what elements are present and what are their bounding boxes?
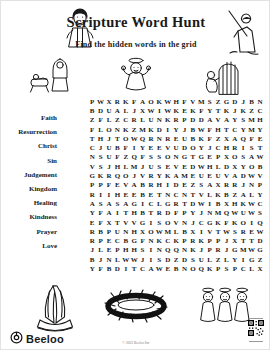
grid-cell[interactable]: Z [189,181,197,190]
grid-cell[interactable]: W [197,199,205,208]
grid-cell[interactable]: I [113,209,121,218]
grid-cell[interactable]: J [239,97,247,106]
grid-cell[interactable]: Q [164,246,172,255]
grid-cell[interactable]: N [180,190,188,199]
grid-cell[interactable]: E [88,218,96,227]
grid-cell[interactable]: P [96,236,104,245]
grid-cell[interactable]: U [197,171,205,180]
grid-cell[interactable]: Y [231,255,239,264]
grid-cell[interactable]: J [105,162,113,171]
grid-cell[interactable]: R [239,227,247,236]
grid-cell[interactable]: B [138,181,146,190]
grid-cell[interactable]: G [256,246,264,255]
grid-cell[interactable]: K [172,236,180,245]
grid-cell[interactable]: J [231,106,239,115]
grid-cell[interactable]: L [113,255,121,264]
grid-cell[interactable]: M [180,171,188,180]
grid-cell[interactable]: V [122,181,130,190]
grid-cell[interactable]: C [138,264,146,273]
grid-cell[interactable]: Q [130,153,138,162]
grid-cell[interactable]: T [222,125,230,134]
grid-cell[interactable]: J [205,143,213,152]
grid-cell[interactable]: K [122,125,130,134]
grid-cell[interactable]: S [113,199,121,208]
grid-cell[interactable]: K [122,97,130,106]
grid-cell[interactable]: M [239,246,247,255]
grid-cell[interactable]: P [205,236,213,245]
grid-cell[interactable]: F [138,236,146,245]
grid-cell[interactable]: A [205,181,213,190]
grid-cell[interactable]: P [88,97,96,106]
grid-cell[interactable]: R [231,181,239,190]
grid-cell[interactable]: Z [214,255,222,264]
grid-cell[interactable]: D [189,162,197,171]
grid-cell[interactable]: Y [256,190,264,199]
grid-cell[interactable]: N [155,134,163,143]
grid-cell[interactable]: L [138,116,146,125]
grid-cell[interactable]: K [205,264,213,273]
grid-cell[interactable]: R [164,134,172,143]
grid-cell[interactable]: D [231,97,239,106]
grid-cell[interactable]: E [247,227,255,236]
grid-cell[interactable]: F [105,181,113,190]
grid-cell[interactable]: C [113,236,121,245]
grid-cell[interactable]: P [256,181,264,190]
grid-cell[interactable]: U [172,143,180,152]
grid-cell[interactable]: V [88,162,96,171]
grid-cell[interactable]: S [147,153,155,162]
grid-cell[interactable]: O [239,218,247,227]
grid-cell[interactable]: V [189,97,197,106]
grid-cell[interactable]: L [122,106,130,115]
grid-cell[interactable]: L [247,190,255,199]
grid-cell[interactable]: R [214,246,222,255]
grid-cell[interactable]: C [214,143,222,152]
grid-cell[interactable]: I [147,255,155,264]
grid-cell[interactable]: I [122,264,130,273]
grid-cell[interactable]: S [189,255,197,264]
grid-cell[interactable]: J [130,106,138,115]
grid-cell[interactable]: U [197,255,205,264]
grid-cell[interactable]: P [105,227,113,236]
grid-cell[interactable]: L [247,264,255,273]
grid-cell[interactable]: K [155,97,163,106]
grid-cell[interactable]: K [222,106,230,115]
grid-cell[interactable]: K [189,246,197,255]
grid-cell[interactable]: U [180,134,188,143]
grid-cell[interactable]: X [222,134,230,143]
grid-cell[interactable]: X [105,97,113,106]
grid-cell[interactable]: O [247,162,255,171]
grid-cell[interactable]: N [205,209,213,218]
grid-cell[interactable]: U [147,162,155,171]
grid-cell[interactable]: K [164,116,172,125]
grid-cell[interactable]: Q [113,171,121,180]
grid-cell[interactable]: Z [214,97,222,106]
grid-cell[interactable]: R [130,116,138,125]
grid-cell[interactable]: B [256,162,264,171]
grid-cell[interactable]: S [231,227,239,236]
grid-cell[interactable]: I [239,255,247,264]
grid-cell[interactable]: D [155,125,163,134]
grid-cell[interactable]: E [147,190,155,199]
grid-cell[interactable]: F [96,218,104,227]
grid-cell[interactable]: Y [138,143,146,152]
grid-cell[interactable]: P [113,246,121,255]
grid-cell[interactable]: L [122,162,130,171]
grid-cell[interactable]: H [222,143,230,152]
grid-cell[interactable]: X [231,236,239,245]
grid-cell[interactable]: Y [256,125,264,134]
grid-cell[interactable]: P [214,236,222,245]
grid-cell[interactable]: H [172,97,180,106]
grid-cell[interactable]: G [130,199,138,208]
grid-cell[interactable]: B [180,227,188,236]
grid-cell[interactable]: A [205,116,213,125]
grid-cell[interactable]: V [222,171,230,180]
grid-cell[interactable]: F [113,153,121,162]
grid-cell[interactable]: E [164,264,172,273]
grid-cell[interactable]: N [180,218,188,227]
grid-cell[interactable]: Q [256,218,264,227]
grid-cell[interactable]: S [239,116,247,125]
grid-cell[interactable]: R [189,236,197,245]
grid-cell[interactable]: D [96,106,104,115]
grid-cell[interactable]: N [88,153,96,162]
grid-cell[interactable]: X [222,153,230,162]
grid-cell[interactable]: V [205,227,213,236]
grid-cell[interactable]: S [155,153,163,162]
grid-cell[interactable]: S [96,199,104,208]
grid-cell[interactable]: C [147,199,155,208]
grid-cell[interactable]: V [197,190,205,199]
grid-cell[interactable]: F [130,97,138,106]
grid-cell[interactable]: C [256,199,264,208]
grid-cell[interactable]: E [205,171,213,180]
grid-cell[interactable]: I [147,246,155,255]
grid-cell[interactable]: P [180,116,188,125]
grid-cell[interactable]: K [231,218,239,227]
grid-cell[interactable]: J [180,125,188,134]
grid-cell[interactable]: E [105,246,113,255]
grid-cell[interactable]: I [138,199,146,208]
grid-cell[interactable]: X [105,218,113,227]
grid-cell[interactable]: H [205,162,213,171]
grid-cell[interactable]: U [105,153,113,162]
grid-cell[interactable]: Y [155,171,163,180]
grid-cell[interactable]: F [222,218,230,227]
grid-cell[interactable]: W [231,209,239,218]
grid-cell[interactable]: W [130,134,138,143]
grid-cell[interactable]: T [180,199,188,208]
grid-cell[interactable]: R [222,181,230,190]
grid-cell[interactable]: I [105,190,113,199]
grid-cell[interactable]: N [155,116,163,125]
grid-cell[interactable]: J [138,255,146,264]
grid-cell[interactable]: Z [231,190,239,199]
grid-cell[interactable]: T [113,134,121,143]
grid-cell[interactable]: R [147,181,155,190]
grid-cell[interactable]: J [96,255,104,264]
grid-cell[interactable]: E [130,190,138,199]
grid-cell[interactable]: O [189,264,197,273]
grid-cell[interactable]: N [180,246,188,255]
grid-cell[interactable]: F [138,153,146,162]
grid-cell[interactable]: N [180,264,188,273]
grid-cell[interactable]: T [239,236,247,245]
grid-cell[interactable]: T [113,218,121,227]
grid-cell[interactable]: E [205,153,213,162]
grid-cell[interactable]: H [214,125,222,134]
grid-cell[interactable]: L [105,116,113,125]
grid-cell[interactable]: W [155,264,163,273]
grid-cell[interactable]: U [113,227,121,236]
grid-cell[interactable]: Q [239,134,247,143]
grid-cell[interactable]: I [164,181,172,190]
grid-cell[interactable]: N [113,125,121,134]
grid-cell[interactable]: S [222,264,230,273]
grid-cell[interactable]: P [96,181,104,190]
grid-cell[interactable]: Y [88,209,96,218]
grid-cell[interactable]: B [172,264,180,273]
grid-cell[interactable]: Y [239,125,247,134]
grid-cell[interactable]: I [130,143,138,152]
grid-cell[interactable]: S [256,209,264,218]
grid-cell[interactable]: Z [256,255,264,264]
grid-cell[interactable]: E [172,134,180,143]
grid-cell[interactable]: H [256,116,264,125]
grid-cell[interactable]: R [155,209,163,218]
grid-cell[interactable]: E [105,236,113,245]
grid-cell[interactable]: W [164,106,172,115]
grid-cell[interactable]: C [231,125,239,134]
grid-cell[interactable]: G [130,236,138,245]
grid-cell[interactable]: I [239,143,247,152]
grid-cell[interactable]: J [105,134,113,143]
grid-cell[interactable]: D [222,162,230,171]
grid-cell[interactable]: B [222,190,230,199]
grid-cell[interactable]: G [197,153,205,162]
grid-cell[interactable]: W [247,209,255,218]
grid-cell[interactable]: D [172,181,180,190]
grid-cell[interactable]: E [113,181,121,190]
grid-cell[interactable]: H [113,190,121,199]
grid-cell[interactable]: S [197,181,205,190]
grid-cell[interactable]: A [231,134,239,143]
grid-cell[interactable]: R [231,143,239,152]
grid-cell[interactable]: A [231,171,239,180]
grid-cell[interactable]: C [88,143,96,152]
grid-cell[interactable]: X [256,264,264,273]
grid-cell[interactable]: N [256,97,264,106]
grid-cell[interactable]: T [247,236,255,245]
grid-cell[interactable]: W [130,255,138,264]
grid-cell[interactable]: H [155,181,163,190]
grid-cell[interactable]: W [256,227,264,236]
grid-cell[interactable]: W [247,199,255,208]
grid-cell[interactable]: F [88,125,96,134]
grid-cell[interactable]: R [113,97,121,106]
grid-cell[interactable]: N [172,153,180,162]
grid-cell[interactable]: S [96,153,104,162]
grid-cell[interactable]: K [155,236,163,245]
grid-cell[interactable]: Y [189,209,197,218]
grid-cell[interactable]: I [96,190,104,199]
grid-cell[interactable]: V [164,143,172,152]
grid-cell[interactable]: O [189,143,197,152]
grid-cell[interactable]: Z [113,116,121,125]
grid-cell[interactable]: E [155,143,163,152]
grid-cell[interactable]: W [256,153,264,162]
grid-cell[interactable]: Y [205,106,213,115]
grid-cell[interactable]: W [147,106,155,115]
grid-cell[interactable]: H [113,162,121,171]
grid-cell[interactable]: J [222,236,230,245]
grid-cell[interactable]: G [247,255,255,264]
grid-cell[interactable]: A [88,199,96,208]
grid-cell[interactable]: X [214,181,222,190]
grid-cell[interactable]: J [88,246,96,255]
grid-cell[interactable]: W [197,162,205,171]
grid-cell[interactable]: G [231,246,239,255]
grid-cell[interactable]: H [130,209,138,218]
grid-cell[interactable]: M [138,125,146,134]
grid-cell[interactable]: H [231,199,239,208]
grid-cell[interactable]: E [147,143,155,152]
grid-cell[interactable]: K [197,134,205,143]
grid-cell[interactable]: L [214,162,222,171]
grid-cell[interactable]: Q [197,264,205,273]
grid-cell[interactable]: O [122,134,130,143]
grid-cell[interactable]: D [189,199,197,208]
grid-cell[interactable]: N [122,227,130,236]
grid-cell[interactable]: U [105,106,113,115]
grid-cell[interactable]: R [172,116,180,125]
grid-cell[interactable]: O [122,171,130,180]
grid-cell[interactable]: D [239,171,247,180]
grid-cell[interactable]: Z [247,106,255,115]
grid-cell[interactable]: I [164,125,172,134]
grid-cell[interactable]: G [205,218,213,227]
grid-cell[interactable]: V [130,218,138,227]
grid-cell[interactable]: O [164,218,172,227]
grid-cell[interactable]: K [239,199,247,208]
grid-cell[interactable]: C [122,116,130,125]
grid-cell[interactable]: B [88,106,96,115]
grid-cell[interactable]: E [180,181,188,190]
grid-cell[interactable]: R [88,236,96,245]
grid-cell[interactable]: O [147,227,155,236]
grid-cell[interactable]: Y [231,116,239,125]
grid-cell[interactable]: K [214,190,222,199]
grid-cell[interactable]: F [205,125,213,134]
grid-cell[interactable]: F [247,134,255,143]
grid-cell[interactable]: L [96,125,104,134]
grid-cell[interactable]: K [172,106,180,115]
grid-cell[interactable]: N [155,246,163,255]
grid-cell[interactable]: W [222,227,230,236]
grid-cell[interactable]: K [197,236,205,245]
grid-cell[interactable]: J [197,246,205,255]
grid-cell[interactable]: I [147,218,155,227]
grid-cell[interactable]: Z [214,134,222,143]
grid-cell[interactable]: A [239,190,247,199]
grid-cell[interactable]: A [130,181,138,190]
grid-cell[interactable]: B [138,190,146,199]
grid-cell[interactable]: T [147,209,155,218]
grid-cell[interactable]: U [105,143,113,152]
grid-cell[interactable]: B [88,255,96,264]
grid-cell[interactable]: A [147,264,155,273]
grid-cell[interactable]: R [88,227,96,236]
grid-cell[interactable]: I [205,199,213,208]
grid-cell[interactable]: U [239,209,247,218]
grid-cell[interactable]: C [197,218,205,227]
grid-cell[interactable]: R [172,199,180,208]
grid-cell[interactable]: W [122,255,130,264]
grid-cell[interactable]: N [247,181,255,190]
grid-cell[interactable]: P [180,209,188,218]
grid-cell[interactable]: B [122,236,130,245]
grid-cell[interactable]: N [105,255,113,264]
grid-cell[interactable]: Z [88,116,96,125]
grid-cell[interactable]: S [155,218,163,227]
grid-cell[interactable]: T [122,209,130,218]
grid-cell[interactable]: A [247,153,255,162]
grid-cell[interactable]: L [222,255,230,264]
grid-cell[interactable]: L [205,255,213,264]
grid-cell[interactable]: A [222,116,230,125]
grid-cell[interactable]: E [164,162,172,171]
grid-cell[interactable]: W [247,171,255,180]
grid-cell[interactable]: K [214,218,222,227]
grid-cell[interactable]: S [247,143,255,152]
grid-cell[interactable]: S [155,255,163,264]
grid-cell[interactable]: G [164,199,172,208]
grid-cell[interactable]: S [138,246,146,255]
grid-cell[interactable]: F [172,209,180,218]
grid-cell[interactable]: V [138,171,146,180]
grid-cell[interactable]: A [138,97,146,106]
grid-cell[interactable]: R [105,171,113,180]
grid-cell[interactable]: V [256,171,264,180]
grid-cell[interactable]: D [189,116,197,125]
grid-cell[interactable]: T [189,190,197,199]
grid-cell[interactable]: T [189,153,197,162]
grid-cell[interactable]: M [197,97,205,106]
grid-cell[interactable]: D [197,116,205,125]
grid-cell[interactable]: S [96,162,104,171]
grid-cell[interactable]: N [164,190,172,199]
grid-cell[interactable]: X [231,162,239,171]
grid-cell[interactable]: L [205,190,213,199]
grid-cell[interactable]: P [214,264,222,273]
grid-cell[interactable]: A [105,209,113,218]
grid-cell[interactable]: O [164,153,172,162]
grid-cell[interactable]: F [96,116,104,125]
grid-cell[interactable]: I [155,106,163,115]
grid-cell[interactable]: O [231,153,239,162]
grid-cell[interactable]: T [214,227,222,236]
grid-cell[interactable]: A [113,106,121,115]
grid-cell[interactable]: S [205,97,213,106]
grid-cell[interactable]: L [96,246,104,255]
grid-cell[interactable]: F [122,143,130,152]
grid-cell[interactable]: J [197,209,205,218]
grid-cell[interactable]: P [214,153,222,162]
grid-cell[interactable]: H [130,227,138,236]
grid-cell[interactable]: Z [130,125,138,134]
